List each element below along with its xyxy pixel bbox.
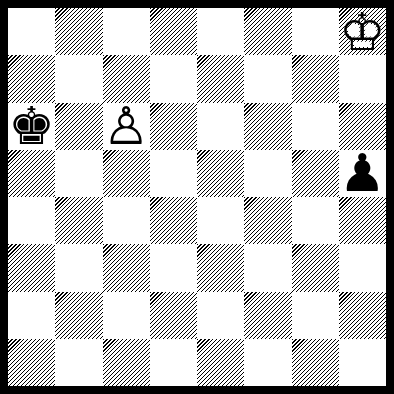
square-d5[interactable] xyxy=(150,150,197,197)
square-e2[interactable] xyxy=(197,292,244,339)
square-a7[interactable] xyxy=(8,55,55,102)
white-king[interactable]: ♔ xyxy=(339,8,386,55)
black-pawn[interactable]: ♟ xyxy=(339,150,386,197)
square-h4[interactable] xyxy=(339,197,386,244)
square-b8[interactable] xyxy=(55,8,102,55)
square-g1[interactable] xyxy=(292,339,339,386)
square-h8[interactable]: ♚♔ xyxy=(339,8,386,55)
square-d3[interactable] xyxy=(150,244,197,291)
square-f8[interactable] xyxy=(244,8,291,55)
black-king[interactable]: ♚ xyxy=(8,103,55,150)
square-c2[interactable] xyxy=(103,292,150,339)
square-b5[interactable] xyxy=(55,150,102,197)
square-d8[interactable] xyxy=(150,8,197,55)
square-b4[interactable] xyxy=(55,197,102,244)
square-d7[interactable] xyxy=(150,55,197,102)
square-b2[interactable] xyxy=(55,292,102,339)
square-c3[interactable] xyxy=(103,244,150,291)
square-f1[interactable] xyxy=(244,339,291,386)
square-h5[interactable]: ♟ xyxy=(339,150,386,197)
square-c8[interactable] xyxy=(103,8,150,55)
square-a8[interactable] xyxy=(8,8,55,55)
square-e3[interactable] xyxy=(197,244,244,291)
square-e8[interactable] xyxy=(197,8,244,55)
square-g5[interactable] xyxy=(292,150,339,197)
square-e4[interactable] xyxy=(197,197,244,244)
square-h7[interactable] xyxy=(339,55,386,102)
square-c5[interactable] xyxy=(103,150,150,197)
square-f6[interactable] xyxy=(244,103,291,150)
square-g4[interactable] xyxy=(292,197,339,244)
square-f3[interactable] xyxy=(244,244,291,291)
white-pawn-fill: ♟ xyxy=(103,103,150,150)
square-e6[interactable] xyxy=(197,103,244,150)
square-d1[interactable] xyxy=(150,339,197,386)
square-g8[interactable] xyxy=(292,8,339,55)
white-pawn[interactable]: ♙ xyxy=(103,103,150,150)
square-a1[interactable] xyxy=(8,339,55,386)
square-b3[interactable] xyxy=(55,244,102,291)
square-f4[interactable] xyxy=(244,197,291,244)
square-e1[interactable] xyxy=(197,339,244,386)
square-a6[interactable]: ♚ xyxy=(8,103,55,150)
square-a3[interactable] xyxy=(8,244,55,291)
square-b6[interactable] xyxy=(55,103,102,150)
square-g7[interactable] xyxy=(292,55,339,102)
square-d2[interactable] xyxy=(150,292,197,339)
white-king-fill: ♚ xyxy=(339,8,386,55)
square-h2[interactable] xyxy=(339,292,386,339)
square-f5[interactable] xyxy=(244,150,291,197)
square-a5[interactable] xyxy=(8,150,55,197)
chess-board: ♚♔♚♟♙♟ xyxy=(0,0,394,394)
square-h1[interactable] xyxy=(339,339,386,386)
square-h6[interactable] xyxy=(339,103,386,150)
square-g2[interactable] xyxy=(292,292,339,339)
square-c4[interactable] xyxy=(103,197,150,244)
square-b7[interactable] xyxy=(55,55,102,102)
square-h3[interactable] xyxy=(339,244,386,291)
square-c1[interactable] xyxy=(103,339,150,386)
square-g3[interactable] xyxy=(292,244,339,291)
square-f7[interactable] xyxy=(244,55,291,102)
square-f2[interactable] xyxy=(244,292,291,339)
square-a2[interactable] xyxy=(8,292,55,339)
square-d6[interactable] xyxy=(150,103,197,150)
square-b1[interactable] xyxy=(55,339,102,386)
square-a4[interactable] xyxy=(8,197,55,244)
square-g6[interactable] xyxy=(292,103,339,150)
square-e5[interactable] xyxy=(197,150,244,197)
square-d4[interactable] xyxy=(150,197,197,244)
square-e7[interactable] xyxy=(197,55,244,102)
square-c7[interactable] xyxy=(103,55,150,102)
square-c6[interactable]: ♟♙ xyxy=(103,103,150,150)
